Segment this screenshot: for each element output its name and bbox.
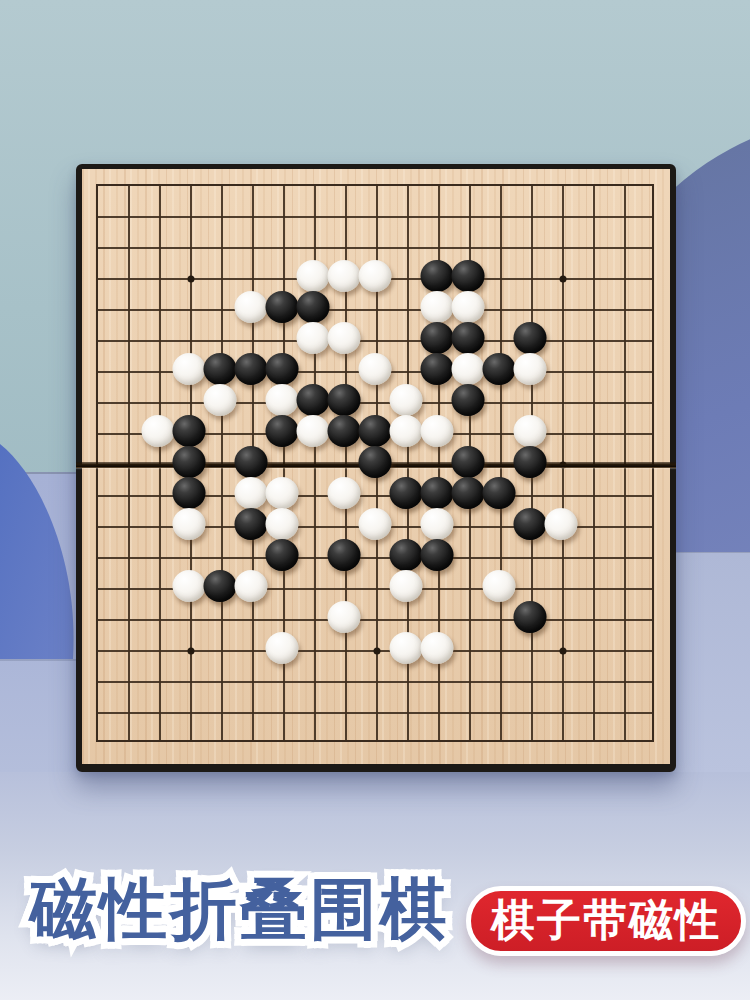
black-stone <box>452 384 485 416</box>
black-stone <box>235 446 268 478</box>
black-stone <box>266 539 299 571</box>
white-stone <box>142 415 175 447</box>
black-stone <box>421 260 454 292</box>
white-stone <box>328 322 361 354</box>
feature-badge: 棋子带磁性 <box>466 886 746 956</box>
white-stone <box>545 508 578 540</box>
product-photo-scene: 磁性折叠围棋 磁性折叠围棋 棋子带磁性 <box>0 0 750 1000</box>
black-stone <box>514 508 547 540</box>
white-stone <box>452 291 485 323</box>
black-stone <box>173 446 206 478</box>
white-stone <box>359 353 392 385</box>
white-stone <box>390 384 423 416</box>
black-stone <box>297 291 330 323</box>
white-stone <box>514 353 547 385</box>
stones-layer <box>98 186 656 744</box>
white-stone <box>173 353 206 385</box>
black-stone <box>452 446 485 478</box>
white-stone <box>297 260 330 292</box>
white-stone <box>452 353 485 385</box>
black-stone <box>173 415 206 447</box>
black-stone <box>266 415 299 447</box>
white-stone <box>390 632 423 664</box>
white-stone <box>359 260 392 292</box>
white-stone <box>483 570 516 602</box>
white-stone <box>390 415 423 447</box>
black-stone <box>235 353 268 385</box>
black-stone <box>359 415 392 447</box>
white-stone <box>297 415 330 447</box>
feature-badge-text: 棋子带磁性 <box>491 898 721 942</box>
black-stone <box>421 539 454 571</box>
black-stone <box>204 353 237 385</box>
black-stone <box>328 415 361 447</box>
white-stone <box>266 384 299 416</box>
black-stone <box>421 477 454 509</box>
white-stone <box>266 508 299 540</box>
black-stone <box>235 508 268 540</box>
black-stone <box>390 477 423 509</box>
black-stone <box>266 291 299 323</box>
go-board <box>76 164 676 772</box>
black-stone <box>328 539 361 571</box>
black-stone <box>266 353 299 385</box>
product-title: 磁性折叠围棋 磁性折叠围棋 <box>30 866 450 952</box>
black-stone <box>297 384 330 416</box>
black-stone <box>452 260 485 292</box>
white-stone <box>173 508 206 540</box>
white-stone <box>266 477 299 509</box>
black-stone <box>514 446 547 478</box>
white-stone <box>328 601 361 633</box>
black-stone <box>359 446 392 478</box>
black-stone <box>514 601 547 633</box>
white-stone <box>173 570 206 602</box>
black-stone <box>173 477 206 509</box>
white-stone <box>514 415 547 447</box>
white-stone <box>297 322 330 354</box>
backdrop-arc-shape <box>0 440 80 660</box>
white-stone <box>421 508 454 540</box>
white-stone <box>328 260 361 292</box>
white-stone <box>390 570 423 602</box>
black-stone <box>421 322 454 354</box>
white-stone <box>421 415 454 447</box>
white-stone <box>421 291 454 323</box>
white-stone <box>266 632 299 664</box>
black-stone <box>452 322 485 354</box>
white-stone <box>235 477 268 509</box>
black-stone <box>421 353 454 385</box>
white-stone <box>235 291 268 323</box>
black-stone <box>204 570 237 602</box>
white-stone <box>359 508 392 540</box>
product-title-text: 磁性折叠围棋 <box>30 871 450 946</box>
black-stone <box>483 477 516 509</box>
white-stone <box>235 570 268 602</box>
white-stone <box>328 477 361 509</box>
black-stone <box>483 353 516 385</box>
black-stone <box>390 539 423 571</box>
white-stone <box>421 632 454 664</box>
white-stone <box>204 384 237 416</box>
black-stone <box>452 477 485 509</box>
black-stone <box>514 322 547 354</box>
black-stone <box>328 384 361 416</box>
